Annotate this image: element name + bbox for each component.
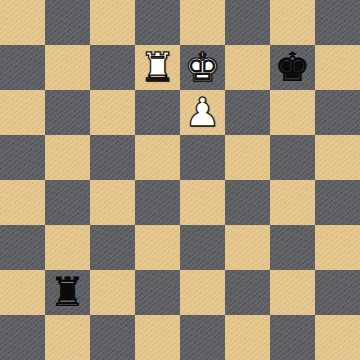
square-f4[interactable] — [225, 180, 270, 225]
square-a4[interactable] — [0, 180, 45, 225]
square-h1[interactable] — [315, 315, 360, 360]
square-a8[interactable] — [0, 0, 45, 45]
piece-white-king[interactable]: ♚ — [185, 45, 221, 90]
square-a3[interactable] — [0, 225, 45, 270]
square-g5[interactable] — [270, 135, 315, 180]
square-d6[interactable] — [135, 90, 180, 135]
square-b4[interactable] — [45, 180, 90, 225]
square-b2[interactable]: ♜ — [45, 270, 90, 315]
square-e6[interactable]: ♟ — [180, 90, 225, 135]
square-d8[interactable] — [135, 0, 180, 45]
square-c6[interactable] — [90, 90, 135, 135]
square-b3[interactable] — [45, 225, 90, 270]
square-c3[interactable] — [90, 225, 135, 270]
square-f2[interactable] — [225, 270, 270, 315]
square-b8[interactable] — [45, 0, 90, 45]
piece-black-king[interactable]: ♚ — [275, 45, 311, 90]
square-e3[interactable] — [180, 225, 225, 270]
square-d4[interactable] — [135, 180, 180, 225]
square-e5[interactable] — [180, 135, 225, 180]
square-g8[interactable] — [270, 0, 315, 45]
square-g6[interactable] — [270, 90, 315, 135]
square-c2[interactable] — [90, 270, 135, 315]
square-c5[interactable] — [90, 135, 135, 180]
square-e1[interactable] — [180, 315, 225, 360]
square-a5[interactable] — [0, 135, 45, 180]
square-h7[interactable] — [315, 45, 360, 90]
square-f7[interactable] — [225, 45, 270, 90]
square-h6[interactable] — [315, 90, 360, 135]
square-a7[interactable] — [0, 45, 45, 90]
square-g4[interactable] — [270, 180, 315, 225]
square-f5[interactable] — [225, 135, 270, 180]
square-d7[interactable]: ♜ — [135, 45, 180, 90]
piece-black-rook[interactable]: ♜ — [50, 270, 86, 315]
square-c1[interactable] — [90, 315, 135, 360]
square-h4[interactable] — [315, 180, 360, 225]
square-e2[interactable] — [180, 270, 225, 315]
square-c4[interactable] — [90, 180, 135, 225]
square-e4[interactable] — [180, 180, 225, 225]
square-c8[interactable] — [90, 0, 135, 45]
square-f8[interactable] — [225, 0, 270, 45]
square-a2[interactable] — [0, 270, 45, 315]
square-f6[interactable] — [225, 90, 270, 135]
square-h2[interactable] — [315, 270, 360, 315]
square-d5[interactable] — [135, 135, 180, 180]
square-b6[interactable] — [45, 90, 90, 135]
square-f3[interactable] — [225, 225, 270, 270]
chess-board: ♜♚♚♟♜ — [0, 0, 360, 360]
square-g2[interactable] — [270, 270, 315, 315]
piece-white-rook[interactable]: ♜ — [140, 45, 176, 90]
square-a6[interactable] — [0, 90, 45, 135]
square-b1[interactable] — [45, 315, 90, 360]
square-h5[interactable] — [315, 135, 360, 180]
square-h3[interactable] — [315, 225, 360, 270]
square-g3[interactable] — [270, 225, 315, 270]
square-d1[interactable] — [135, 315, 180, 360]
square-b7[interactable] — [45, 45, 90, 90]
square-e8[interactable] — [180, 0, 225, 45]
square-e7[interactable]: ♚ — [180, 45, 225, 90]
square-f1[interactable] — [225, 315, 270, 360]
square-d2[interactable] — [135, 270, 180, 315]
square-a1[interactable] — [0, 315, 45, 360]
square-b5[interactable] — [45, 135, 90, 180]
square-g1[interactable] — [270, 315, 315, 360]
square-g7[interactable]: ♚ — [270, 45, 315, 90]
square-d3[interactable] — [135, 225, 180, 270]
piece-white-pawn[interactable]: ♟ — [185, 90, 221, 135]
square-h8[interactable] — [315, 0, 360, 45]
square-c7[interactable] — [90, 45, 135, 90]
